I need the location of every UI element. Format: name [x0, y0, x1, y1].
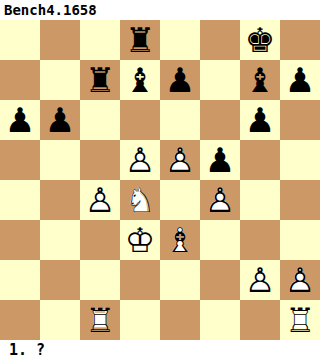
square-f3[interactable]: [200, 220, 240, 260]
square-f6[interactable]: [200, 100, 240, 140]
square-f5[interactable]: ♟: [200, 140, 240, 180]
square-b5[interactable]: [40, 140, 80, 180]
square-h1[interactable]: ♜♖: [280, 300, 320, 340]
square-g2[interactable]: ♟♙: [240, 260, 280, 300]
black-rook-c7: ♜: [80, 60, 120, 100]
square-a4[interactable]: [0, 180, 40, 220]
square-e7[interactable]: ♟: [160, 60, 200, 100]
square-h4[interactable]: [280, 180, 320, 220]
square-g1[interactable]: [240, 300, 280, 340]
square-b1[interactable]: [40, 300, 80, 340]
square-g7[interactable]: ♝: [240, 60, 280, 100]
square-e3[interactable]: ♝♗: [160, 220, 200, 260]
square-c4[interactable]: ♟♙: [80, 180, 120, 220]
square-d3[interactable]: ♚♔: [120, 220, 160, 260]
black-bishop-g7: ♝: [240, 60, 280, 100]
square-d8[interactable]: ♜: [120, 20, 160, 60]
square-h3[interactable]: [280, 220, 320, 260]
square-c5[interactable]: [80, 140, 120, 180]
title-bar: Bench4.1658: [0, 0, 320, 20]
square-d5[interactable]: ♟♙: [120, 140, 160, 180]
white-pawn-h2: ♟♙: [280, 260, 320, 300]
square-e6[interactable]: [160, 100, 200, 140]
square-h7[interactable]: ♟: [280, 60, 320, 100]
square-h6[interactable]: [280, 100, 320, 140]
black-bishop-d7: ♝: [120, 60, 160, 100]
square-a5[interactable]: [0, 140, 40, 180]
square-h2[interactable]: ♟♙: [280, 260, 320, 300]
square-d4[interactable]: ♞♘: [120, 180, 160, 220]
square-c3[interactable]: [80, 220, 120, 260]
square-b3[interactable]: [40, 220, 80, 260]
square-f7[interactable]: [200, 60, 240, 100]
black-rook-d8: ♜: [120, 20, 160, 60]
white-pawn-c4: ♟♙: [80, 180, 120, 220]
square-e5[interactable]: ♟♙: [160, 140, 200, 180]
square-a3[interactable]: [0, 220, 40, 260]
white-pawn-g2: ♟♙: [240, 260, 280, 300]
square-d2[interactable]: [120, 260, 160, 300]
square-a8[interactable]: [0, 20, 40, 60]
square-e4[interactable]: [160, 180, 200, 220]
square-a2[interactable]: [0, 260, 40, 300]
black-king-g8: ♚: [240, 20, 280, 60]
black-pawn-b6: ♟: [40, 100, 80, 140]
square-b8[interactable]: [40, 20, 80, 60]
square-g5[interactable]: [240, 140, 280, 180]
square-b4[interactable]: [40, 180, 80, 220]
square-f1[interactable]: [200, 300, 240, 340]
move-prompt: 1. ?: [9, 341, 45, 359]
white-pawn-e5: ♟♙: [160, 140, 200, 180]
white-rook-c1: ♜♖: [80, 300, 120, 340]
square-f2[interactable]: [200, 260, 240, 300]
square-a1[interactable]: [0, 300, 40, 340]
square-a7[interactable]: [0, 60, 40, 100]
white-bishop-e3: ♝♗: [160, 220, 200, 260]
square-e2[interactable]: [160, 260, 200, 300]
square-f4[interactable]: ♟♙: [200, 180, 240, 220]
square-a6[interactable]: ♟: [0, 100, 40, 140]
black-pawn-g6: ♟: [240, 100, 280, 140]
square-f8[interactable]: [200, 20, 240, 60]
square-e1[interactable]: [160, 300, 200, 340]
square-e8[interactable]: [160, 20, 200, 60]
square-b6[interactable]: ♟: [40, 100, 80, 140]
square-g4[interactable]: [240, 180, 280, 220]
black-pawn-h7: ♟: [280, 60, 320, 100]
square-h8[interactable]: [280, 20, 320, 60]
black-pawn-f5: ♟: [200, 140, 240, 180]
white-knight-d4: ♞♘: [120, 180, 160, 220]
square-g3[interactable]: [240, 220, 280, 260]
square-d1[interactable]: [120, 300, 160, 340]
square-c2[interactable]: [80, 260, 120, 300]
white-pawn-f4: ♟♙: [200, 180, 240, 220]
square-b7[interactable]: [40, 60, 80, 100]
white-pawn-d5: ♟♙: [120, 140, 160, 180]
square-b2[interactable]: [40, 260, 80, 300]
white-king-d3: ♚♔: [120, 220, 160, 260]
black-pawn-a6: ♟: [0, 100, 40, 140]
square-c1[interactable]: ♜♖: [80, 300, 120, 340]
square-d6[interactable]: [120, 100, 160, 140]
square-g8[interactable]: ♚: [240, 20, 280, 60]
square-c7[interactable]: ♜: [80, 60, 120, 100]
square-h5[interactable]: [280, 140, 320, 180]
black-pawn-e7: ♟: [160, 60, 200, 100]
square-g6[interactable]: ♟: [240, 100, 280, 140]
footer-bar: 1. ?: [0, 340, 320, 360]
page-title: Bench4.1658: [4, 2, 97, 18]
white-rook-h1: ♜♖: [280, 300, 320, 340]
square-d7[interactable]: ♝: [120, 60, 160, 100]
square-c8[interactable]: [80, 20, 120, 60]
chess-board: ♜♚♜♝♟♝♟♟♟♟♟♙♟♙♟♟♙♞♘♟♙♚♔♝♗♟♙♟♙♜♖♜♖: [0, 20, 320, 340]
square-c6[interactable]: [80, 100, 120, 140]
